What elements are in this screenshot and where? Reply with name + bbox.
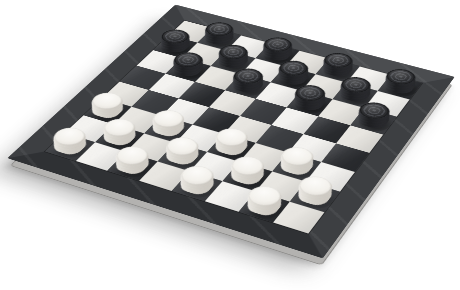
- checkers-board: ⛂⛂⛂⛂⛂⛂⛂⛂⛂⛂⛂⛂⛀⛀⛀⛀⛀⛀⛀⛀⛀⛀⛀⛀: [7, 5, 454, 259]
- scene: ⛂⛂⛂⛂⛂⛂⛂⛂⛂⛂⛂⛂⛀⛀⛀⛀⛀⛀⛀⛀⛀⛀⛀⛀: [0, 0, 460, 290]
- product-photo: ⛂⛂⛂⛂⛂⛂⛂⛂⛂⛂⛂⛂⛀⛀⛀⛀⛀⛀⛀⛀⛀⛀⛀⛀: [0, 0, 460, 290]
- black-checker[interactable]: ⛂: [382, 77, 419, 98]
